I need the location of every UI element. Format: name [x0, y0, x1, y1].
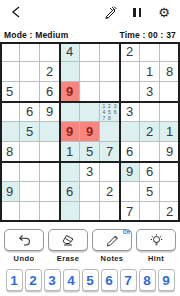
cell-r2c9[interactable]: 8: [160, 62, 180, 82]
cell-r3c2[interactable]: [20, 82, 40, 102]
info-row: Mode : Medium Time : 00 : 37: [0, 30, 180, 42]
cell-r8c1[interactable]: 9: [0, 182, 20, 202]
notes-mini-grid: 12345678: [100, 102, 119, 121]
tool-hint: Hint: [134, 229, 178, 263]
cell-r8c9[interactable]: [160, 182, 180, 202]
cell-r8c5[interactable]: [80, 182, 100, 202]
back-icon[interactable]: [9, 5, 23, 19]
cell-r1c1[interactable]: [0, 42, 20, 62]
cell-r1c5[interactable]: [80, 42, 100, 62]
cell-r9c6[interactable]: [100, 202, 120, 222]
cell-r9c9[interactable]: 2: [160, 202, 180, 222]
cell-r8c4[interactable]: 6: [60, 182, 80, 202]
cell-r5c5[interactable]: 9: [80, 122, 100, 142]
cell-r4c2[interactable]: 6: [20, 102, 40, 122]
cell-r5c3[interactable]: [40, 122, 60, 142]
hint-label: Hint: [148, 254, 164, 263]
cell-r9c2[interactable]: [20, 202, 40, 222]
cell-r5c1[interactable]: [0, 122, 20, 142]
hint-button[interactable]: [136, 229, 176, 251]
cell-r4c9[interactable]: [160, 102, 180, 122]
cell-r1c7[interactable]: 2: [120, 42, 140, 62]
cell-r6c4[interactable]: 1: [60, 142, 80, 162]
cell-r3c9[interactable]: [160, 82, 180, 102]
cell-r9c4[interactable]: [60, 202, 80, 222]
numpad: 123456789: [0, 269, 180, 291]
undo-label: Undo: [14, 254, 35, 263]
erase-button[interactable]: [48, 229, 88, 251]
cell-r7c2[interactable]: [20, 162, 40, 182]
numpad-1[interactable]: 1: [6, 269, 23, 291]
numpad-7[interactable]: 7: [120, 269, 137, 291]
cell-r6c5[interactable]: 5: [80, 142, 100, 162]
toolbar: Undo Erase Off: [0, 229, 180, 263]
erase-label: Erase: [57, 254, 79, 263]
cell-r6c3[interactable]: [40, 142, 60, 162]
cell-r9c7[interactable]: 7: [120, 202, 140, 222]
board-wrap: 4221856936912345678359921815769396962572: [0, 42, 180, 222]
cell-r4c5[interactable]: [80, 102, 100, 122]
cell-r7c1[interactable]: [0, 162, 20, 182]
cell-r4c8[interactable]: [140, 102, 160, 122]
cell-r7c4[interactable]: [60, 162, 80, 182]
numpad-2[interactable]: 2: [25, 269, 42, 291]
cell-r4c1[interactable]: [0, 102, 20, 122]
cell-r4c7[interactable]: 3: [120, 102, 140, 122]
tool-erase: Erase: [46, 229, 90, 263]
cell-r9c5[interactable]: [80, 202, 100, 222]
cell-r7c5[interactable]: 3: [80, 162, 100, 182]
cell-r2c1[interactable]: [0, 62, 20, 82]
undo-icon: [18, 234, 31, 246]
numpad-5[interactable]: 5: [82, 269, 99, 291]
cell-r7c3[interactable]: [40, 162, 60, 182]
cell-r4c3[interactable]: 9: [40, 102, 60, 122]
gear-icon[interactable]: ⚙: [157, 5, 171, 19]
cell-r6c2[interactable]: [20, 142, 40, 162]
cell-r7c7[interactable]: 9: [120, 162, 140, 182]
undo-button[interactable]: [4, 229, 44, 251]
cell-r5c4[interactable]: 9: [60, 122, 80, 142]
cell-r5c8[interactable]: 2: [140, 122, 160, 142]
pencil-icon: [106, 234, 119, 247]
cell-r2c2[interactable]: [20, 62, 40, 82]
cell-r1c3[interactable]: [40, 42, 60, 62]
cell-r2c6[interactable]: [100, 62, 120, 82]
cell-r7c6[interactable]: [100, 162, 120, 182]
numpad-9[interactable]: 9: [158, 269, 175, 291]
cell-r3c3[interactable]: 6: [40, 82, 60, 102]
cell-r5c2[interactable]: 5: [20, 122, 40, 142]
cell-r3c8[interactable]: 3: [140, 82, 160, 102]
numpad-6[interactable]: 6: [101, 269, 118, 291]
tool-notes: Off Notes: [90, 229, 134, 263]
cell-r8c6[interactable]: 2: [100, 182, 120, 202]
cell-r9c1[interactable]: [0, 202, 20, 222]
sudoku-board: 4221856936912345678359921815769396962572: [0, 42, 180, 222]
cell-r5c9[interactable]: 1: [160, 122, 180, 142]
cell-r3c5[interactable]: [80, 82, 100, 102]
top-bar: ⚙: [0, 0, 180, 22]
cell-r2c8[interactable]: 1: [140, 62, 160, 82]
cell-r1c9[interactable]: [160, 42, 180, 62]
cell-r3c6[interactable]: [100, 82, 120, 102]
mode-label: Mode : Medium: [4, 30, 68, 40]
cell-r2c4[interactable]: [60, 62, 80, 82]
notes-button[interactable]: Off: [92, 229, 132, 251]
cell-r3c7[interactable]: [120, 82, 140, 102]
cell-r1c8[interactable]: [140, 42, 160, 62]
notes-label: Notes: [101, 254, 124, 263]
cell-r7c8[interactable]: 6: [140, 162, 160, 182]
cell-r1c2[interactable]: [20, 42, 40, 62]
cell-r2c3[interactable]: 2: [40, 62, 60, 82]
cell-r8c2[interactable]: [20, 182, 40, 202]
pause-icon[interactable]: [130, 5, 144, 19]
numpad-8[interactable]: 8: [139, 269, 156, 291]
cell-r3c1[interactable]: 5: [0, 82, 20, 102]
cell-r4c6[interactable]: 12345678: [100, 102, 120, 122]
numpad-3[interactable]: 3: [44, 269, 61, 291]
cell-r5c7[interactable]: [120, 122, 140, 142]
cell-r8c3[interactable]: [40, 182, 60, 202]
cell-r8c7[interactable]: [120, 182, 140, 202]
cell-r2c7[interactable]: [120, 62, 140, 82]
cell-r8c8[interactable]: 5: [140, 182, 160, 202]
eraser-icon: [61, 234, 75, 246]
numpad-4[interactable]: 4: [63, 269, 80, 291]
cell-r2c5[interactable]: [80, 62, 100, 82]
notes-off-badge: Off: [123, 229, 130, 235]
brush-icon[interactable]: [103, 5, 117, 19]
time-label: Time : 00 : 37: [119, 30, 176, 40]
cell-r1c6[interactable]: [100, 42, 120, 62]
cell-r6c7[interactable]: 6: [120, 142, 140, 162]
bulb-icon: [150, 234, 163, 247]
cell-r6c1[interactable]: 8: [0, 142, 20, 162]
cell-r6c9[interactable]: 9: [160, 142, 180, 162]
cell-r1c4[interactable]: 4: [60, 42, 80, 62]
cell-r9c3[interactable]: [40, 202, 60, 222]
cell-r4c4[interactable]: [60, 102, 80, 122]
tool-undo: Undo: [2, 229, 46, 263]
cell-r9c8[interactable]: [140, 202, 160, 222]
cell-r6c8[interactable]: [140, 142, 160, 162]
cell-r3c4[interactable]: 9: [60, 82, 80, 102]
cell-r5c6[interactable]: [100, 122, 120, 142]
cell-r6c6[interactable]: 7: [100, 142, 120, 162]
cell-r7c9[interactable]: [160, 162, 180, 182]
